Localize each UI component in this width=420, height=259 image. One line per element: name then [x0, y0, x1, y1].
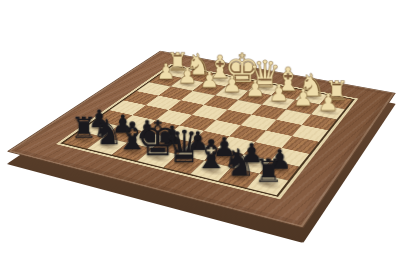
piece-white-pawn[interactable]: ♟ — [222, 73, 242, 95]
piece-white-pawn[interactable]: ♟ — [268, 82, 289, 105]
piece-black-knight[interactable]: ♞ — [222, 143, 256, 181]
piece-white-pawn[interactable]: ♟ — [317, 91, 338, 114]
piece-black-rook[interactable]: ♜ — [253, 155, 282, 188]
piece-white-pawn[interactable]: ♟ — [245, 77, 265, 100]
piece-white-pawn[interactable]: ♟ — [293, 86, 314, 109]
piece-white-pawn[interactable]: ♟ — [156, 61, 175, 83]
chess-board: ♜♞♝♚♛♝♞♜♟♟♟♟♟♟♟♟♟♟♟♟♟♟♟♟♜♞♝♚♛♝♞♜ — [7, 51, 396, 228]
chess-set-photo: ♜♞♝♚♛♝♞♜♟♟♟♟♟♟♟♟♟♟♟♟♟♟♟♟♜♞♝♚♛♝♞♜ — [0, 0, 420, 259]
piece-white-pawn[interactable]: ♟ — [177, 65, 197, 87]
piece-white-pawn[interactable]: ♟ — [199, 69, 219, 91]
